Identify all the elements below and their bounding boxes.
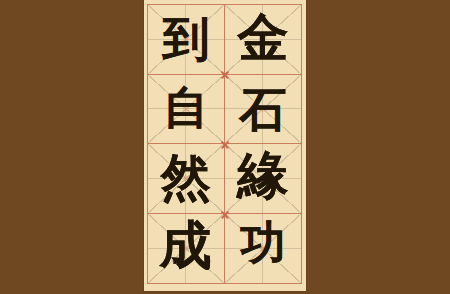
calligraphy-character: 自 xyxy=(163,86,208,131)
calligraphy-character: 石 xyxy=(239,87,286,134)
grid-cell: 功 xyxy=(225,214,302,284)
calligraphy-character: 緣 xyxy=(237,151,288,202)
calligraphy-character: 金 xyxy=(237,13,288,64)
grid-cell: 緣 xyxy=(225,144,302,214)
practice-sheet: 到 金 自 石 然 緣 成 功 xyxy=(144,0,306,291)
calligraphy-character: 然 xyxy=(161,153,211,203)
mizige-grid: 到 金 自 石 然 緣 成 功 xyxy=(147,4,302,284)
grid-cell: 石 xyxy=(225,75,302,145)
grid-cell: 自 xyxy=(148,75,225,145)
grid-cell: 金 xyxy=(225,5,302,75)
calligraphy-character: 功 xyxy=(240,221,285,266)
background: 到 金 自 石 然 緣 成 功 xyxy=(0,0,450,294)
grid-cell: 到 xyxy=(148,5,225,75)
calligraphy-character: 到 xyxy=(162,16,209,63)
grid-cell: 成 xyxy=(148,214,225,284)
grid-cell: 然 xyxy=(148,144,225,214)
calligraphy-character: 成 xyxy=(160,220,212,272)
